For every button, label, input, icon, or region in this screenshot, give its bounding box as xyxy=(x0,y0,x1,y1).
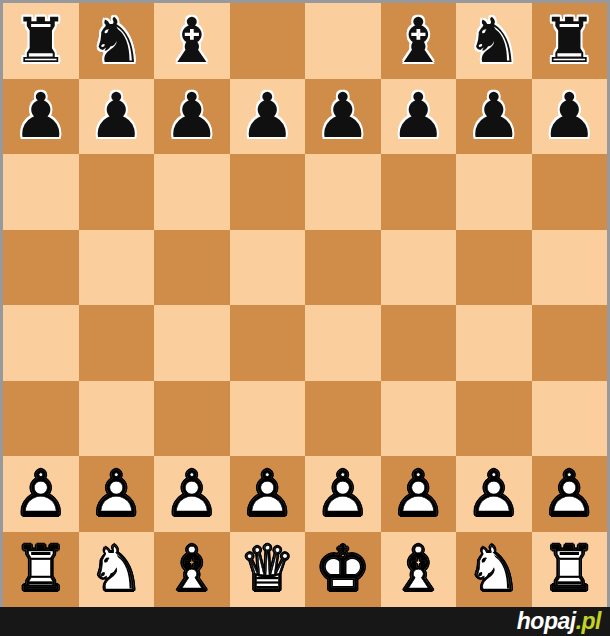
square-b4 xyxy=(79,305,155,381)
square-c1: ♝♗ xyxy=(154,532,230,608)
black-rook: ♜♖ xyxy=(3,3,79,79)
square-b7: ♟♙ xyxy=(79,79,155,155)
black-bishop-icon: ♝ xyxy=(381,3,457,79)
black-pawn-icon: ♟ xyxy=(305,79,381,155)
black-pawn-icon: ♟ xyxy=(79,79,155,155)
square-e1: ♚♔ xyxy=(305,532,381,608)
black-rook-icon: ♜ xyxy=(532,3,608,79)
square-d3 xyxy=(230,381,306,457)
square-h4 xyxy=(532,305,608,381)
black-pawn: ♟♙ xyxy=(3,79,79,155)
square-d6 xyxy=(230,154,306,230)
white-pawn: ♟♙ xyxy=(154,456,230,532)
logo-text: hopaj xyxy=(517,608,576,634)
square-a6 xyxy=(3,154,79,230)
square-e3 xyxy=(305,381,381,457)
white-bishop-icon: ♝ xyxy=(154,532,230,608)
white-bishop-outline-icon: ♗ xyxy=(154,532,230,608)
white-rook-icon: ♜ xyxy=(532,532,608,608)
square-a2: ♟♙ xyxy=(3,456,79,532)
square-c3 xyxy=(154,381,230,457)
square-e5 xyxy=(305,230,381,306)
square-g2: ♟♙ xyxy=(456,456,532,532)
square-f1: ♝♗ xyxy=(381,532,457,608)
black-pawn-icon: ♟ xyxy=(456,79,532,155)
black-pawn-icon: ♟ xyxy=(230,79,306,155)
square-c6 xyxy=(154,154,230,230)
black-rook-icon: ♜ xyxy=(3,3,79,79)
white-knight-icon: ♞ xyxy=(456,532,532,608)
black-bishop-icon: ♝ xyxy=(154,3,230,79)
white-knight: ♞♘ xyxy=(456,532,532,608)
white-rook: ♜♖ xyxy=(532,532,608,608)
white-pawn: ♟♙ xyxy=(381,456,457,532)
black-bishop: ♝♗ xyxy=(154,3,230,79)
square-e8 xyxy=(305,3,381,79)
square-g4 xyxy=(456,305,532,381)
square-h1: ♜♖ xyxy=(532,532,608,608)
white-pawn-icon: ♟ xyxy=(3,456,79,532)
square-h7: ♟♙ xyxy=(532,79,608,155)
black-pawn: ♟♙ xyxy=(305,79,381,155)
black-pawn-icon: ♟ xyxy=(381,79,457,155)
black-pawn-icon: ♟ xyxy=(532,79,608,155)
black-pawn: ♟♙ xyxy=(456,79,532,155)
white-pawn-outline-icon: ♙ xyxy=(532,456,608,532)
square-e4 xyxy=(305,305,381,381)
white-queen: ♛♕ xyxy=(230,532,306,608)
white-bishop: ♝♗ xyxy=(381,532,457,608)
square-f3 xyxy=(381,381,457,457)
black-pawn-icon: ♟ xyxy=(154,79,230,155)
square-d4 xyxy=(230,305,306,381)
white-queen-outline-icon: ♕ xyxy=(230,532,306,608)
square-f5 xyxy=(381,230,457,306)
white-king-outline-icon: ♔ xyxy=(305,532,381,608)
white-pawn-outline-icon: ♙ xyxy=(305,456,381,532)
white-pawn-icon: ♟ xyxy=(532,456,608,532)
square-a4 xyxy=(3,305,79,381)
white-pawn-icon: ♟ xyxy=(456,456,532,532)
square-a7: ♟♙ xyxy=(3,79,79,155)
square-h2: ♟♙ xyxy=(532,456,608,532)
square-f6 xyxy=(381,154,457,230)
square-f8: ♝♗ xyxy=(381,3,457,79)
square-d5 xyxy=(230,230,306,306)
white-bishop: ♝♗ xyxy=(154,532,230,608)
white-knight-outline-icon: ♘ xyxy=(79,532,155,608)
white-pawn: ♟♙ xyxy=(3,456,79,532)
square-e2: ♟♙ xyxy=(305,456,381,532)
square-e6 xyxy=(305,154,381,230)
square-b5 xyxy=(79,230,155,306)
square-b3 xyxy=(79,381,155,457)
square-b1: ♞♘ xyxy=(79,532,155,608)
white-pawn-icon: ♟ xyxy=(79,456,155,532)
square-h5 xyxy=(532,230,608,306)
square-g6 xyxy=(456,154,532,230)
white-bishop-icon: ♝ xyxy=(381,532,457,608)
white-pawn-outline-icon: ♙ xyxy=(154,456,230,532)
white-rook-outline-icon: ♖ xyxy=(3,532,79,608)
square-h8: ♜♖ xyxy=(532,3,608,79)
square-c7: ♟♙ xyxy=(154,79,230,155)
black-pawn-icon: ♟ xyxy=(3,79,79,155)
black-rook: ♜♖ xyxy=(532,3,608,79)
square-d1: ♛♕ xyxy=(230,532,306,608)
white-knight-outline-icon: ♘ xyxy=(456,532,532,608)
white-pawn-outline-icon: ♙ xyxy=(79,456,155,532)
page: ♜♖♞♘♝♗♝♗♞♘♜♖♟♙♟♙♟♙♟♙♟♙♟♙♟♙♟♙♟♙♟♙♟♙♟♙♟♙♟♙… xyxy=(0,0,610,636)
square-c2: ♟♙ xyxy=(154,456,230,532)
white-pawn-icon: ♟ xyxy=(381,456,457,532)
square-f2: ♟♙ xyxy=(381,456,457,532)
black-knight-icon: ♞ xyxy=(456,3,532,79)
square-a1: ♜♖ xyxy=(3,532,79,608)
white-pawn-icon: ♟ xyxy=(230,456,306,532)
white-pawn: ♟♙ xyxy=(456,456,532,532)
chess-board: ♜♖♞♘♝♗♝♗♞♘♜♖♟♙♟♙♟♙♟♙♟♙♟♙♟♙♟♙♟♙♟♙♟♙♟♙♟♙♟♙… xyxy=(3,3,607,607)
square-h3 xyxy=(532,381,608,457)
white-knight: ♞♘ xyxy=(79,532,155,608)
square-g5 xyxy=(456,230,532,306)
square-g8: ♞♘ xyxy=(456,3,532,79)
black-knight: ♞♘ xyxy=(79,3,155,79)
logo-suffix: .pl xyxy=(576,608,601,634)
white-pawn: ♟♙ xyxy=(79,456,155,532)
square-c4 xyxy=(154,305,230,381)
black-pawn: ♟♙ xyxy=(532,79,608,155)
white-pawn-outline-icon: ♙ xyxy=(381,456,457,532)
white-pawn-icon: ♟ xyxy=(305,456,381,532)
white-pawn-outline-icon: ♙ xyxy=(456,456,532,532)
white-bishop-outline-icon: ♗ xyxy=(381,532,457,608)
square-g3 xyxy=(456,381,532,457)
square-a8: ♜♖ xyxy=(3,3,79,79)
square-b8: ♞♘ xyxy=(79,3,155,79)
footer-bar: hopaj.pl xyxy=(0,607,610,636)
square-g7: ♟♙ xyxy=(456,79,532,155)
black-pawn: ♟♙ xyxy=(230,79,306,155)
square-e7: ♟♙ xyxy=(305,79,381,155)
square-f4 xyxy=(381,305,457,381)
square-b6 xyxy=(79,154,155,230)
white-rook-outline-icon: ♖ xyxy=(532,532,608,608)
square-c5 xyxy=(154,230,230,306)
white-king: ♚♔ xyxy=(305,532,381,608)
black-knight: ♞♘ xyxy=(456,3,532,79)
square-a5 xyxy=(3,230,79,306)
black-knight-icon: ♞ xyxy=(79,3,155,79)
black-pawn: ♟♙ xyxy=(79,79,155,155)
square-h6 xyxy=(532,154,608,230)
white-pawn: ♟♙ xyxy=(305,456,381,532)
white-knight-icon: ♞ xyxy=(79,532,155,608)
white-pawn: ♟♙ xyxy=(532,456,608,532)
square-a3 xyxy=(3,381,79,457)
board-frame: ♜♖♞♘♝♗♝♗♞♘♜♖♟♙♟♙♟♙♟♙♟♙♟♙♟♙♟♙♟♙♟♙♟♙♟♙♟♙♟♙… xyxy=(0,0,610,607)
site-logo: hopaj.pl xyxy=(517,610,601,633)
square-c8: ♝♗ xyxy=(154,3,230,79)
white-pawn-icon: ♟ xyxy=(154,456,230,532)
square-d2: ♟♙ xyxy=(230,456,306,532)
white-rook: ♜♖ xyxy=(3,532,79,608)
white-rook-icon: ♜ xyxy=(3,532,79,608)
white-king-icon: ♚ xyxy=(305,532,381,608)
square-d7: ♟♙ xyxy=(230,79,306,155)
black-bishop: ♝♗ xyxy=(381,3,457,79)
square-g1: ♞♘ xyxy=(456,532,532,608)
black-pawn: ♟♙ xyxy=(154,79,230,155)
white-pawn-outline-icon: ♙ xyxy=(230,456,306,532)
white-queen-icon: ♛ xyxy=(230,532,306,608)
square-d8 xyxy=(230,3,306,79)
white-pawn: ♟♙ xyxy=(230,456,306,532)
black-pawn: ♟♙ xyxy=(381,79,457,155)
square-f7: ♟♙ xyxy=(381,79,457,155)
white-pawn-outline-icon: ♙ xyxy=(3,456,79,532)
square-b2: ♟♙ xyxy=(79,456,155,532)
